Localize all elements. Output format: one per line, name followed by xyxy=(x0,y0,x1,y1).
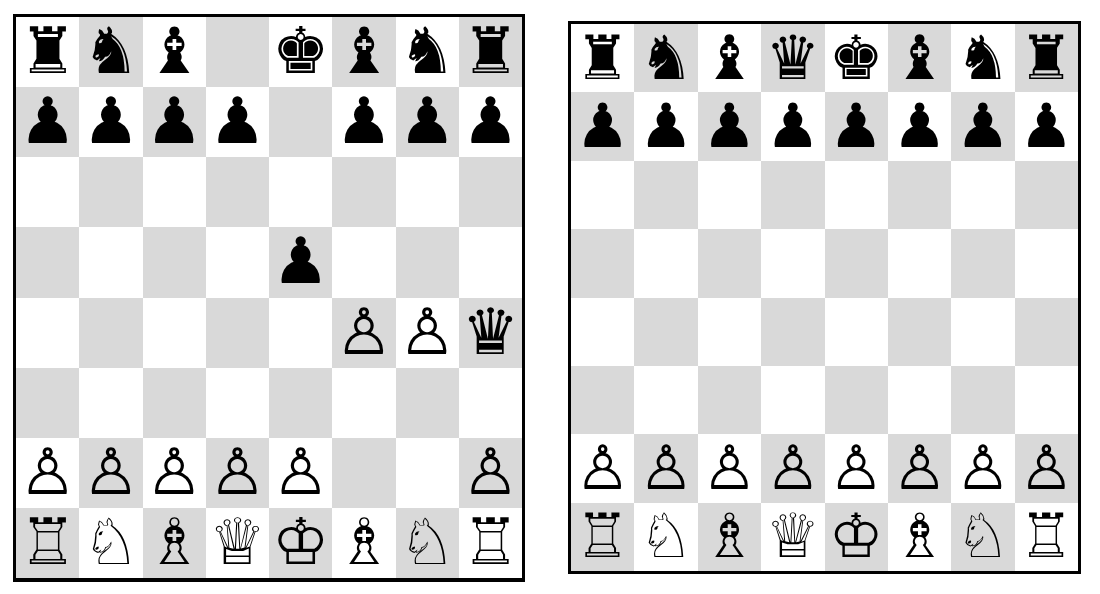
piece-white-bishop: ♗ xyxy=(335,510,392,574)
piece-black-knight: ♞ xyxy=(956,27,1011,88)
square-e4-board-right[interactable] xyxy=(825,298,888,366)
square-d5-board-left[interactable] xyxy=(206,227,269,297)
square-b2-board-right[interactable]: ♙ xyxy=(634,434,697,502)
square-g3-board-left[interactable] xyxy=(396,368,459,438)
square-a4-board-left[interactable] xyxy=(16,298,79,368)
square-c2-board-right[interactable]: ♙ xyxy=(698,434,761,502)
square-g7-board-left[interactable]: ♟ xyxy=(396,87,459,157)
square-d6-board-left[interactable] xyxy=(206,157,269,227)
piece-white-bishop: ♗ xyxy=(145,510,202,574)
piece-white-knight: ♘ xyxy=(82,510,139,574)
square-g2-board-left[interactable] xyxy=(396,438,459,508)
piece-white-pawn: ♙ xyxy=(639,437,694,498)
piece-black-knight: ♞ xyxy=(398,19,455,83)
piece-white-pawn: ♙ xyxy=(829,437,884,498)
square-d2-board-right[interactable]: ♙ xyxy=(761,434,824,502)
piece-white-pawn: ♙ xyxy=(19,440,76,504)
square-c1-board-right[interactable]: ♗ xyxy=(698,503,761,571)
square-d4-board-left[interactable] xyxy=(206,298,269,368)
square-b3-board-left[interactable] xyxy=(79,368,142,438)
square-e2-board-left[interactable]: ♙ xyxy=(269,438,332,508)
piece-white-pawn: ♙ xyxy=(335,300,392,364)
piece-black-pawn: ♟ xyxy=(639,95,694,156)
square-h6-board-left[interactable] xyxy=(459,157,522,227)
piece-black-rook: ♜ xyxy=(19,19,76,83)
piece-white-pawn: ♙ xyxy=(1019,437,1074,498)
square-b4-board-right[interactable] xyxy=(634,298,697,366)
square-f2-board-right[interactable]: ♙ xyxy=(888,434,951,502)
square-d3-board-right[interactable] xyxy=(761,366,824,434)
square-c3-board-left[interactable] xyxy=(143,368,206,438)
piece-white-knight: ♘ xyxy=(639,505,694,566)
square-c6-board-right[interactable] xyxy=(698,161,761,229)
square-a8-board-right[interactable]: ♜ xyxy=(571,24,634,92)
piece-black-king: ♚ xyxy=(272,19,329,83)
piece-white-bishop: ♗ xyxy=(892,505,947,566)
square-h2-board-right[interactable]: ♙ xyxy=(1015,434,1078,502)
square-b4-board-left[interactable] xyxy=(79,298,142,368)
square-b3-board-right[interactable] xyxy=(634,366,697,434)
piece-black-pawn: ♟ xyxy=(209,89,266,153)
square-d1-board-right[interactable]: ♕ xyxy=(761,503,824,571)
square-a7-board-left[interactable]: ♟ xyxy=(16,87,79,157)
square-f3-board-right[interactable] xyxy=(888,366,951,434)
square-g6-board-left[interactable] xyxy=(396,157,459,227)
square-h6-board-right[interactable] xyxy=(1015,161,1078,229)
square-f4-board-right[interactable] xyxy=(888,298,951,366)
square-h3-board-left[interactable] xyxy=(459,368,522,438)
piece-white-pawn: ♙ xyxy=(575,437,630,498)
square-f8-board-right[interactable]: ♝ xyxy=(888,24,951,92)
piece-black-bishop: ♝ xyxy=(702,27,757,88)
square-g3-board-right[interactable] xyxy=(951,366,1014,434)
piece-black-pawn: ♟ xyxy=(19,89,76,153)
square-e6-board-right[interactable] xyxy=(825,161,888,229)
square-a2-board-right[interactable]: ♙ xyxy=(571,434,634,502)
piece-black-rook: ♜ xyxy=(1019,27,1074,88)
piece-white-pawn: ♙ xyxy=(702,437,757,498)
square-f6-board-right[interactable] xyxy=(888,161,951,229)
square-d2-board-left[interactable]: ♙ xyxy=(206,438,269,508)
square-e3-board-left[interactable] xyxy=(269,368,332,438)
square-f8-board-left[interactable]: ♝ xyxy=(332,17,395,87)
square-a4-board-right[interactable] xyxy=(571,298,634,366)
square-e4-board-left[interactable] xyxy=(269,298,332,368)
page-background: ♜♞♝♚♝♞♜♟♟♟♟♟♟♟♟♙♙♛♙♙♙♙♙♙♖♘♗♕♔♗♘♖ ♜♞♝♛♚♝♞… xyxy=(0,0,1100,594)
square-h8-board-left[interactable]: ♜ xyxy=(459,17,522,87)
piece-white-queen: ♕ xyxy=(209,510,266,574)
square-a3-board-right[interactable] xyxy=(571,366,634,434)
piece-white-rook: ♖ xyxy=(19,510,76,574)
square-c2-board-left[interactable]: ♙ xyxy=(143,438,206,508)
piece-black-knight: ♞ xyxy=(639,27,694,88)
piece-black-pawn: ♟ xyxy=(335,89,392,153)
square-f1-board-right[interactable]: ♗ xyxy=(888,503,951,571)
square-d8-board-left[interactable] xyxy=(206,17,269,87)
square-c5-board-left[interactable] xyxy=(143,227,206,297)
square-h8-board-right[interactable]: ♜ xyxy=(1015,24,1078,92)
piece-white-pawn: ♙ xyxy=(956,437,1011,498)
square-g8-board-left[interactable]: ♞ xyxy=(396,17,459,87)
square-e8-board-right[interactable]: ♚ xyxy=(825,24,888,92)
piece-white-pawn: ♙ xyxy=(398,300,455,364)
square-g1-board-left[interactable]: ♘ xyxy=(396,508,459,578)
piece-black-knight: ♞ xyxy=(82,19,139,83)
square-e8-board-left[interactable]: ♚ xyxy=(269,17,332,87)
piece-white-rook: ♖ xyxy=(462,510,519,574)
square-h5-board-right[interactable] xyxy=(1015,229,1078,297)
square-e5-board-right[interactable] xyxy=(825,229,888,297)
square-b6-board-right[interactable] xyxy=(634,161,697,229)
piece-black-rook: ♜ xyxy=(462,19,519,83)
square-e2-board-right[interactable]: ♙ xyxy=(825,434,888,502)
square-d8-board-right[interactable]: ♛ xyxy=(761,24,824,92)
piece-white-bishop: ♗ xyxy=(702,505,757,566)
square-g4-board-left[interactable]: ♙ xyxy=(396,298,459,368)
square-h5-board-left[interactable] xyxy=(459,227,522,297)
piece-white-queen: ♕ xyxy=(765,505,820,566)
square-d1-board-left[interactable]: ♕ xyxy=(206,508,269,578)
piece-black-king: ♚ xyxy=(829,27,884,88)
square-f5-board-left[interactable] xyxy=(332,227,395,297)
square-b7-board-left[interactable]: ♟ xyxy=(79,87,142,157)
piece-white-pawn: ♙ xyxy=(272,440,329,504)
square-h1-board-right[interactable]: ♖ xyxy=(1015,503,1078,571)
square-f6-board-left[interactable] xyxy=(332,157,395,227)
piece-black-pawn: ♟ xyxy=(145,89,202,153)
piece-black-bishop: ♝ xyxy=(145,19,202,83)
piece-black-bishop: ♝ xyxy=(892,27,947,88)
piece-black-pawn: ♟ xyxy=(82,89,139,153)
piece-white-pawn: ♙ xyxy=(82,440,139,504)
square-b7-board-right[interactable]: ♟ xyxy=(634,92,697,160)
square-a6-board-left[interactable] xyxy=(16,157,79,227)
square-g7-board-right[interactable]: ♟ xyxy=(951,92,1014,160)
square-b8-board-right[interactable]: ♞ xyxy=(634,24,697,92)
square-h2-board-left[interactable]: ♙ xyxy=(459,438,522,508)
square-g6-board-right[interactable] xyxy=(951,161,1014,229)
square-a5-board-right[interactable] xyxy=(571,229,634,297)
square-b1-board-left[interactable]: ♘ xyxy=(79,508,142,578)
square-c5-board-right[interactable] xyxy=(698,229,761,297)
square-e7-board-left[interactable] xyxy=(269,87,332,157)
square-g4-board-right[interactable] xyxy=(951,298,1014,366)
piece-white-rook: ♖ xyxy=(1019,505,1074,566)
square-c4-board-right[interactable] xyxy=(698,298,761,366)
square-a6-board-right[interactable] xyxy=(571,161,634,229)
square-h4-board-right[interactable] xyxy=(1015,298,1078,366)
piece-white-pawn: ♙ xyxy=(892,437,947,498)
square-d7-board-left[interactable]: ♟ xyxy=(206,87,269,157)
piece-black-queen: ♛ xyxy=(462,300,519,364)
piece-black-pawn: ♟ xyxy=(892,95,947,156)
square-h7-board-left[interactable]: ♟ xyxy=(459,87,522,157)
piece-black-pawn: ♟ xyxy=(702,95,757,156)
square-a7-board-right[interactable]: ♟ xyxy=(571,92,634,160)
square-d5-board-right[interactable] xyxy=(761,229,824,297)
square-f5-board-right[interactable] xyxy=(888,229,951,297)
square-d4-board-right[interactable] xyxy=(761,298,824,366)
square-g8-board-right[interactable]: ♞ xyxy=(951,24,1014,92)
piece-black-pawn: ♟ xyxy=(272,229,329,293)
piece-black-pawn: ♟ xyxy=(575,95,630,156)
piece-white-pawn: ♙ xyxy=(209,440,266,504)
square-d3-board-left[interactable] xyxy=(206,368,269,438)
square-a1-board-right[interactable]: ♖ xyxy=(571,503,634,571)
piece-white-knight: ♘ xyxy=(956,505,1011,566)
square-c7-board-right[interactable]: ♟ xyxy=(698,92,761,160)
piece-black-pawn: ♟ xyxy=(398,89,455,153)
square-e1-board-left[interactable]: ♔ xyxy=(269,508,332,578)
piece-white-rook: ♖ xyxy=(575,505,630,566)
piece-white-pawn: ♙ xyxy=(145,440,202,504)
square-h1-board-left[interactable]: ♖ xyxy=(459,508,522,578)
square-b1-board-right[interactable]: ♘ xyxy=(634,503,697,571)
square-e1-board-right[interactable]: ♔ xyxy=(825,503,888,571)
piece-black-pawn: ♟ xyxy=(462,89,519,153)
piece-white-pawn: ♙ xyxy=(462,440,519,504)
square-b8-board-left[interactable]: ♞ xyxy=(79,17,142,87)
square-g5-board-left[interactable] xyxy=(396,227,459,297)
square-c6-board-left[interactable] xyxy=(143,157,206,227)
square-c8-board-right[interactable]: ♝ xyxy=(698,24,761,92)
square-b5-board-right[interactable] xyxy=(634,229,697,297)
square-b6-board-left[interactable] xyxy=(79,157,142,227)
square-b5-board-left[interactable] xyxy=(79,227,142,297)
square-a5-board-left[interactable] xyxy=(16,227,79,297)
piece-black-pawn: ♟ xyxy=(1019,95,1074,156)
square-c1-board-left[interactable]: ♗ xyxy=(143,508,206,578)
square-f7-board-left[interactable]: ♟ xyxy=(332,87,395,157)
square-g2-board-right[interactable]: ♙ xyxy=(951,434,1014,502)
square-b2-board-left[interactable]: ♙ xyxy=(79,438,142,508)
square-f7-board-right[interactable]: ♟ xyxy=(888,92,951,160)
square-c8-board-left[interactable]: ♝ xyxy=(143,17,206,87)
square-g5-board-right[interactable] xyxy=(951,229,1014,297)
piece-black-pawn: ♟ xyxy=(956,95,1011,156)
piece-white-king: ♔ xyxy=(272,510,329,574)
square-a1-board-left[interactable]: ♖ xyxy=(16,508,79,578)
chess-board-right: ♜♞♝♛♚♝♞♜♟♟♟♟♟♟♟♟♙♙♙♙♙♙♙♙♖♘♗♕♔♗♘♖ xyxy=(568,21,1081,574)
square-d7-board-right[interactable]: ♟ xyxy=(761,92,824,160)
piece-black-pawn: ♟ xyxy=(765,95,820,156)
square-a3-board-left[interactable] xyxy=(16,368,79,438)
square-f4-board-left[interactable]: ♙ xyxy=(332,298,395,368)
square-h7-board-right[interactable]: ♟ xyxy=(1015,92,1078,160)
square-f1-board-left[interactable]: ♗ xyxy=(332,508,395,578)
square-a2-board-left[interactable]: ♙ xyxy=(16,438,79,508)
square-h4-board-left[interactable]: ♛ xyxy=(459,298,522,368)
square-h3-board-right[interactable] xyxy=(1015,366,1078,434)
square-f3-board-left[interactable] xyxy=(332,368,395,438)
piece-black-queen: ♛ xyxy=(765,27,820,88)
square-g1-board-right[interactable]: ♘ xyxy=(951,503,1014,571)
square-c7-board-left[interactable]: ♟ xyxy=(143,87,206,157)
piece-black-pawn: ♟ xyxy=(829,95,884,156)
piece-white-knight: ♘ xyxy=(398,510,455,574)
square-d6-board-right[interactable] xyxy=(761,161,824,229)
square-e6-board-left[interactable] xyxy=(269,157,332,227)
piece-black-rook: ♜ xyxy=(575,27,630,88)
square-a8-board-left[interactable]: ♜ xyxy=(16,17,79,87)
square-c4-board-left[interactable] xyxy=(143,298,206,368)
piece-white-king: ♔ xyxy=(829,505,884,566)
chess-board-left: ♜♞♝♚♝♞♜♟♟♟♟♟♟♟♟♙♙♛♙♙♙♙♙♙♖♘♗♕♔♗♘♖ xyxy=(13,14,525,582)
square-f2-board-left[interactable] xyxy=(332,438,395,508)
square-c3-board-right[interactable] xyxy=(698,366,761,434)
piece-black-bishop: ♝ xyxy=(335,19,392,83)
square-e7-board-right[interactable]: ♟ xyxy=(825,92,888,160)
square-e5-board-left[interactable]: ♟ xyxy=(269,227,332,297)
piece-white-pawn: ♙ xyxy=(765,437,820,498)
square-e3-board-right[interactable] xyxy=(825,366,888,434)
